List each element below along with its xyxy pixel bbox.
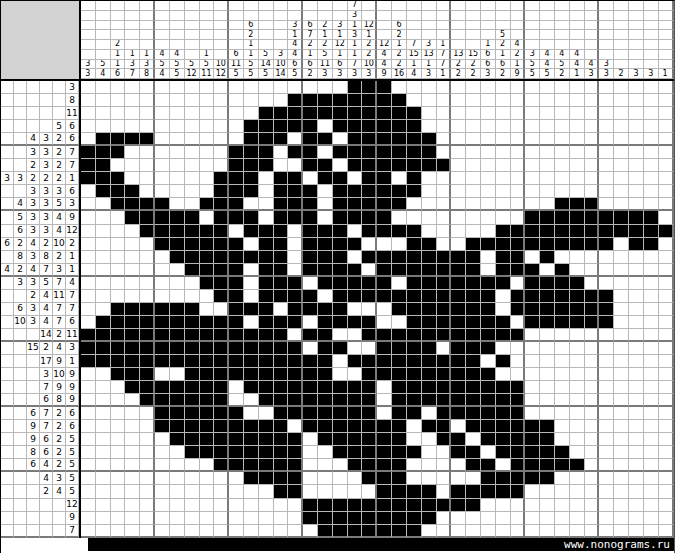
grid-cell-empty[interactable] [259,172,274,185]
grid-cell-filled[interactable] [318,381,333,394]
grid-cell-empty[interactable] [481,133,496,146]
grid-cell-filled[interactable] [259,290,274,303]
grid-cell-filled[interactable] [511,472,526,485]
grid-cell-empty[interactable] [540,407,555,420]
grid-cell-empty[interactable] [570,94,585,107]
grid-cell-filled[interactable] [333,407,348,420]
grid-cell-empty[interactable] [659,525,674,538]
grid-cell-empty[interactable] [599,133,614,146]
grid-cell-empty[interactable] [244,94,259,107]
grid-cell-filled[interactable] [318,407,333,420]
grid-cell-empty[interactable] [511,277,526,290]
grid-cell-filled[interactable] [407,303,422,316]
grid-cell-filled[interactable] [407,251,422,264]
grid-cell-empty[interactable] [511,107,526,120]
grid-cell-empty[interactable] [81,459,96,472]
grid-cell-empty[interactable] [111,264,126,277]
grid-cell-filled[interactable] [229,420,244,433]
grid-cell-empty[interactable] [214,146,229,159]
grid-cell-empty[interactable] [81,94,96,107]
grid-cell-filled[interactable] [392,485,407,498]
grid-cell-filled[interactable] [185,329,200,342]
grid-cell-filled[interactable] [274,446,289,459]
grid-cell-empty[interactable] [125,94,140,107]
grid-cell-empty[interactable] [614,81,629,94]
grid-cell-empty[interactable] [96,446,111,459]
grid-cell-empty[interactable] [629,277,644,290]
grid-cell-filled[interactable] [392,472,407,485]
grid-cell-empty[interactable] [570,133,585,146]
grid-cell-empty[interactable] [496,342,511,355]
grid-cell-filled[interactable] [362,172,377,185]
grid-cell-filled[interactable] [214,446,229,459]
grid-cell-filled[interactable] [288,368,303,381]
grid-cell-empty[interactable] [629,185,644,198]
grid-cell-empty[interactable] [599,185,614,198]
grid-cell-filled[interactable] [481,342,496,355]
grid-cell-filled[interactable] [259,277,274,290]
grid-cell-empty[interactable] [659,446,674,459]
grid-cell-filled[interactable] [437,159,452,172]
grid-cell-empty[interactable] [466,172,481,185]
grid-cell-empty[interactable] [659,316,674,329]
grid-cell-filled[interactable] [496,264,511,277]
grid-cell-filled[interactable] [481,381,496,394]
grid-cell-filled[interactable] [333,185,348,198]
grid-cell-empty[interactable] [659,185,674,198]
grid-cell-empty[interactable] [170,120,185,133]
grid-cell-empty[interactable] [481,81,496,94]
grid-cell-empty[interactable] [288,512,303,525]
grid-cell-empty[interactable] [511,525,526,538]
grid-cell-empty[interactable] [348,368,363,381]
grid-cell-filled[interactable] [451,277,466,290]
grid-cell-empty[interactable] [659,277,674,290]
grid-cell-filled[interactable] [422,420,437,433]
grid-cell-filled[interactable] [377,185,392,198]
grid-cell-filled[interactable] [140,303,155,316]
grid-cell-empty[interactable] [496,198,511,211]
grid-cell-empty[interactable] [614,251,629,264]
grid-cell-empty[interactable] [96,303,111,316]
grid-cell-filled[interactable] [333,394,348,407]
grid-cell-empty[interactable] [200,107,215,120]
grid-cell-filled[interactable] [362,185,377,198]
grid-cell-filled[interactable] [437,499,452,512]
grid-cell-empty[interactable] [422,211,437,224]
grid-cell-empty[interactable] [585,420,600,433]
grid-cell-filled[interactable] [170,303,185,316]
grid-cell-empty[interactable] [303,277,318,290]
grid-cell-filled[interactable] [288,172,303,185]
grid-cell-filled[interactable] [451,381,466,394]
grid-cell-filled[interactable] [525,290,540,303]
grid-cell-empty[interactable] [585,472,600,485]
grid-cell-empty[interactable] [525,407,540,420]
grid-cell-empty[interactable] [155,459,170,472]
grid-cell-filled[interactable] [392,185,407,198]
grid-cell-filled[interactable] [170,211,185,224]
grid-cell-empty[interactable] [348,342,363,355]
grid-cell-empty[interactable] [496,459,511,472]
grid-cell-empty[interactable] [185,290,200,303]
grid-cell-empty[interactable] [422,525,437,538]
grid-cell-filled[interactable] [288,185,303,198]
grid-cell-filled[interactable] [155,225,170,238]
grid-cell-filled[interactable] [155,407,170,420]
grid-cell-filled[interactable] [229,433,244,446]
grid-cell-filled[interactable] [81,329,96,342]
grid-cell-empty[interactable] [481,94,496,107]
grid-cell-empty[interactable] [229,394,244,407]
grid-cell-filled[interactable] [274,316,289,329]
grid-cell-empty[interactable] [437,238,452,251]
grid-cell-filled[interactable] [377,120,392,133]
grid-cell-empty[interactable] [111,251,126,264]
grid-cell-filled[interactable] [229,329,244,342]
grid-cell-empty[interactable] [599,329,614,342]
grid-cell-empty[interactable] [629,133,644,146]
grid-cell-filled[interactable] [525,225,540,238]
grid-cell-filled[interactable] [303,329,318,342]
grid-cell-filled[interactable] [259,120,274,133]
grid-cell-filled[interactable] [155,420,170,433]
grid-cell-empty[interactable] [81,107,96,120]
grid-cell-empty[interactable] [525,107,540,120]
grid-cell-filled[interactable] [585,316,600,329]
grid-cell-empty[interactable] [511,512,526,525]
grid-cell-empty[interactable] [140,472,155,485]
grid-cell-empty[interactable] [614,381,629,394]
grid-cell-filled[interactable] [377,329,392,342]
grid-cell-filled[interactable] [318,264,333,277]
grid-cell-filled[interactable] [362,251,377,264]
grid-cell-filled[interactable] [362,316,377,329]
grid-cell-filled[interactable] [525,211,540,224]
grid-cell-filled[interactable] [303,225,318,238]
grid-cell-filled[interactable] [377,198,392,211]
grid-cell-empty[interactable] [466,512,481,525]
grid-cell-empty[interactable] [81,433,96,446]
grid-cell-empty[interactable] [570,433,585,446]
grid-cell-empty[interactable] [629,198,644,211]
grid-cell-empty[interactable] [511,94,526,107]
grid-cell-filled[interactable] [333,225,348,238]
grid-cell-empty[interactable] [451,238,466,251]
grid-cell-empty[interactable] [140,485,155,498]
grid-cell-filled[interactable] [392,433,407,446]
grid-cell-filled[interactable] [451,355,466,368]
grid-cell-empty[interactable] [629,420,644,433]
grid-cell-filled[interactable] [407,525,422,538]
grid-cell-empty[interactable] [125,433,140,446]
grid-cell-empty[interactable] [155,290,170,303]
grid-cell-filled[interactable] [288,381,303,394]
grid-cell-filled[interactable] [407,172,422,185]
grid-cell-empty[interactable] [644,433,659,446]
grid-cell-filled[interactable] [362,446,377,459]
grid-cell-empty[interactable] [185,94,200,107]
grid-cell-filled[interactable] [274,342,289,355]
grid-cell-filled[interactable] [348,211,363,224]
grid-cell-filled[interactable] [525,277,540,290]
grid-cell-filled[interactable] [200,394,215,407]
grid-cell-empty[interactable] [125,407,140,420]
grid-cell-empty[interactable] [614,394,629,407]
grid-cell-empty[interactable] [81,238,96,251]
grid-cell-empty[interactable] [629,172,644,185]
grid-cell-filled[interactable] [185,407,200,420]
grid-cell-empty[interactable] [451,525,466,538]
grid-cell-filled[interactable] [555,238,570,251]
grid-cell-empty[interactable] [599,459,614,472]
grid-cell-empty[interactable] [496,512,511,525]
grid-cell-filled[interactable] [377,107,392,120]
grid-cell-filled[interactable] [318,368,333,381]
grid-cell-empty[interactable] [629,446,644,459]
grid-cell-filled[interactable] [318,159,333,172]
grid-cell-empty[interactable] [303,446,318,459]
grid-cell-empty[interactable] [540,120,555,133]
grid-cell-filled[interactable] [422,159,437,172]
grid-cell-empty[interactable] [555,499,570,512]
grid-cell-empty[interactable] [451,133,466,146]
grid-cell-empty[interactable] [599,525,614,538]
grid-cell-empty[interactable] [451,146,466,159]
grid-cell-empty[interactable] [140,185,155,198]
grid-cell-filled[interactable] [274,225,289,238]
grid-cell-empty[interactable] [274,525,289,538]
grid-cell-empty[interactable] [303,342,318,355]
grid-cell-empty[interactable] [288,329,303,342]
grid-cell-empty[interactable] [511,146,526,159]
grid-cell-empty[interactable] [496,146,511,159]
grid-cell-empty[interactable] [629,120,644,133]
grid-cell-filled[interactable] [303,512,318,525]
grid-cell-filled[interactable] [422,512,437,525]
grid-cell-filled[interactable] [155,198,170,211]
grid-cell-filled[interactable] [288,120,303,133]
grid-cell-empty[interactable] [422,407,437,420]
grid-cell-empty[interactable] [614,512,629,525]
grid-cell-filled[interactable] [259,355,274,368]
grid-cell-filled[interactable] [170,355,185,368]
grid-cell-empty[interactable] [555,433,570,446]
grid-cell-filled[interactable] [274,420,289,433]
grid-cell-empty[interactable] [659,342,674,355]
grid-cell-empty[interactable] [555,172,570,185]
grid-cell-filled[interactable] [348,525,363,538]
grid-cell-empty[interactable] [570,342,585,355]
grid-cell-empty[interactable] [437,485,452,498]
grid-cell-filled[interactable] [318,251,333,264]
grid-cell-empty[interactable] [333,368,348,381]
grid-cell-empty[interactable] [570,172,585,185]
grid-cell-empty[interactable] [629,485,644,498]
grid-cell-filled[interactable] [318,525,333,538]
grid-cell-empty[interactable] [170,185,185,198]
grid-cell-empty[interactable] [348,472,363,485]
grid-cell-empty[interactable] [155,172,170,185]
grid-cell-empty[interactable] [125,512,140,525]
grid-cell-filled[interactable] [274,198,289,211]
grid-cell-filled[interactable] [496,407,511,420]
grid-cell-empty[interactable] [422,459,437,472]
grid-cell-empty[interactable] [585,525,600,538]
grid-cell-filled[interactable] [288,459,303,472]
grid-cell-filled[interactable] [422,133,437,146]
grid-cell-filled[interactable] [377,81,392,94]
grid-cell-filled[interactable] [348,120,363,133]
grid-cell-empty[interactable] [659,211,674,224]
grid-cell-empty[interactable] [570,329,585,342]
grid-cell-filled[interactable] [200,368,215,381]
grid-cell-empty[interactable] [659,472,674,485]
grid-cell-empty[interactable] [525,146,540,159]
grid-cell-filled[interactable] [555,316,570,329]
grid-cell-empty[interactable] [140,107,155,120]
grid-cell-filled[interactable] [451,290,466,303]
grid-cell-filled[interactable] [318,107,333,120]
grid-cell-empty[interactable] [451,211,466,224]
grid-cell-filled[interactable] [392,264,407,277]
grid-cell-empty[interactable] [125,394,140,407]
grid-cell-empty[interactable] [185,525,200,538]
grid-cell-empty[interactable] [111,512,126,525]
grid-cell-empty[interactable] [244,264,259,277]
grid-cell-empty[interactable] [125,81,140,94]
grid-cell-empty[interactable] [644,251,659,264]
grid-cell-filled[interactable] [244,472,259,485]
grid-cell-filled[interactable] [407,107,422,120]
grid-cell-filled[interactable] [540,277,555,290]
grid-cell-filled[interactable] [511,381,526,394]
grid-cell-filled[interactable] [348,512,363,525]
grid-cell-filled[interactable] [392,499,407,512]
grid-cell-empty[interactable] [318,81,333,94]
grid-cell-empty[interactable] [555,394,570,407]
grid-cell-empty[interactable] [155,251,170,264]
grid-cell-empty[interactable] [96,94,111,107]
grid-cell-filled[interactable] [540,290,555,303]
grid-cell-empty[interactable] [525,81,540,94]
grid-cell-empty[interactable] [525,499,540,512]
grid-cell-empty[interactable] [511,133,526,146]
grid-cell-empty[interactable] [511,81,526,94]
grid-cell-filled[interactable] [111,329,126,342]
grid-cell-filled[interactable] [466,238,481,251]
grid-cell-filled[interactable] [437,251,452,264]
grid-cell-filled[interactable] [244,251,259,264]
grid-cell-filled[interactable] [362,407,377,420]
grid-cell-empty[interactable] [466,81,481,94]
grid-cell-filled[interactable] [244,355,259,368]
grid-cell-empty[interactable] [644,107,659,120]
grid-cell-empty[interactable] [348,329,363,342]
grid-cell-empty[interactable] [540,81,555,94]
grid-cell-empty[interactable] [555,107,570,120]
grid-cell-empty[interactable] [185,81,200,94]
grid-cell-filled[interactable] [155,238,170,251]
grid-cell-filled[interactable] [274,485,289,498]
grid-cell-empty[interactable] [244,512,259,525]
grid-cell-filled[interactable] [496,329,511,342]
grid-cell-empty[interactable] [111,472,126,485]
grid-cell-empty[interactable] [644,264,659,277]
grid-cell-empty[interactable] [599,277,614,290]
grid-cell-filled[interactable] [125,381,140,394]
grid-cell-filled[interactable] [244,329,259,342]
grid-cell-filled[interactable] [570,303,585,316]
grid-cell-empty[interactable] [451,172,466,185]
grid-cell-empty[interactable] [170,485,185,498]
grid-cell-filled[interactable] [318,329,333,342]
grid-cell-empty[interactable] [555,94,570,107]
grid-cell-filled[interactable] [466,329,481,342]
grid-cell-empty[interactable] [125,420,140,433]
grid-cell-filled[interactable] [451,499,466,512]
grid-cell-empty[interactable] [244,290,259,303]
grid-cell-empty[interactable] [540,355,555,368]
grid-cell-filled[interactable] [125,185,140,198]
grid-cell-empty[interactable] [81,407,96,420]
grid-cell-empty[interactable] [525,512,540,525]
grid-cell-empty[interactable] [451,81,466,94]
grid-cell-empty[interactable] [614,329,629,342]
grid-cell-filled[interactable] [348,264,363,277]
grid-cell-filled[interactable] [451,394,466,407]
grid-cell-filled[interactable] [511,394,526,407]
grid-cell-empty[interactable] [422,185,437,198]
grid-cell-filled[interactable] [333,94,348,107]
grid-cell-filled[interactable] [244,159,259,172]
grid-cell-filled[interactable] [392,198,407,211]
grid-cell-empty[interactable] [466,146,481,159]
grid-cell-empty[interactable] [659,146,674,159]
grid-cell-empty[interactable] [437,512,452,525]
grid-cell-empty[interactable] [185,185,200,198]
grid-cell-empty[interactable] [570,355,585,368]
grid-cell-filled[interactable] [599,225,614,238]
grid-cell-empty[interactable] [614,342,629,355]
grid-cell-empty[interactable] [540,198,555,211]
grid-cell-empty[interactable] [362,342,377,355]
grid-cell-filled[interactable] [185,381,200,394]
grid-cell-empty[interactable] [629,159,644,172]
grid-cell-filled[interactable] [362,459,377,472]
grid-cell-empty[interactable] [170,472,185,485]
grid-cell-filled[interactable] [496,277,511,290]
grid-cell-empty[interactable] [244,394,259,407]
grid-cell-empty[interactable] [466,94,481,107]
grid-cell-empty[interactable] [185,172,200,185]
grid-cell-empty[interactable] [422,94,437,107]
grid-cell-empty[interactable] [481,198,496,211]
grid-cell-empty[interactable] [200,525,215,538]
grid-cell-empty[interactable] [170,264,185,277]
grid-cell-empty[interactable] [348,303,363,316]
grid-cell-empty[interactable] [599,251,614,264]
grid-cell-empty[interactable] [96,251,111,264]
grid-cell-filled[interactable] [481,238,496,251]
grid-cell-empty[interactable] [585,512,600,525]
grid-cell-filled[interactable] [288,316,303,329]
grid-cell-empty[interactable] [511,211,526,224]
grid-cell-empty[interactable] [348,172,363,185]
grid-cell-filled[interactable] [96,133,111,146]
grid-cell-empty[interactable] [525,159,540,172]
grid-cell-empty[interactable] [540,342,555,355]
